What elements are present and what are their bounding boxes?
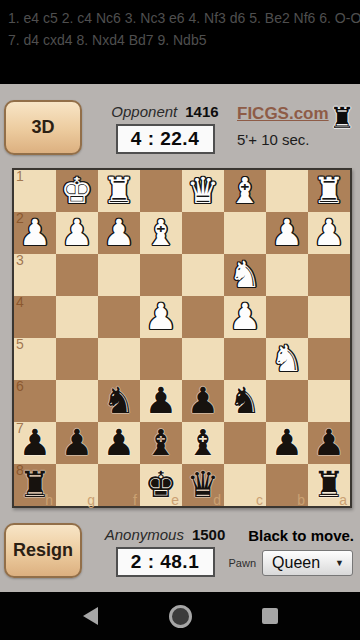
player-rating: 1500 [192,526,225,543]
app-screen: 1. e4 c5 2. c4 Nc6 3. Nc3 e6 4. Nf3 d6 5… [0,0,360,640]
white-pawn: ♟︎ [19,212,51,254]
black-pawn: ♟︎ [313,422,345,464]
square-h6[interactable]: 6 [14,380,56,422]
rank-label-3: 3 [16,253,24,268]
square-c8[interactable]: c [224,464,266,506]
black-knight: ♞ [103,380,135,422]
square-c1[interactable]: ♝ [224,170,266,212]
black-king: ♚ [145,464,177,506]
white-pawn: ♟︎ [313,212,345,254]
black-pawn: ♟︎ [187,380,219,422]
opponent-name: Opponent [111,103,177,120]
file-label-a: a [339,493,347,508]
square-g1[interactable]: ♚ [56,170,98,212]
black-bishop: ♝ [145,422,177,464]
square-a3[interactable] [308,254,350,296]
square-e8[interactable]: ♚e [140,464,182,506]
square-b5[interactable]: ♞ [266,338,308,380]
square-g6[interactable] [56,380,98,422]
square-g4[interactable] [56,296,98,338]
square-e3[interactable] [140,254,182,296]
player-clock: 2 : 48.1 [116,547,215,577]
rank-label-7: 7 [16,421,24,436]
square-a4[interactable] [308,296,350,338]
square-h5[interactable]: 5 [14,338,56,380]
white-pawn: ♟︎ [229,296,261,338]
square-a1[interactable]: ♜ [308,170,350,212]
recent-apps-icon [262,608,278,624]
black-pawn: ♟︎ [271,422,303,464]
chess-board: 1♚♜♛♝♜♟︎2♟︎♟︎♝♟︎♟︎3♞4♟︎♟︎5♞6♞♟︎♟︎♞♟︎7♟︎♟… [12,168,352,508]
square-g5[interactable] [56,338,98,380]
white-queen: ♛ [187,170,219,212]
square-f2[interactable]: ♟︎ [98,212,140,254]
square-g3[interactable] [56,254,98,296]
promotion-label: Pawn [229,557,257,569]
square-b6[interactable] [266,380,308,422]
square-d4[interactable] [182,296,224,338]
black-queen: ♛ [187,464,219,506]
square-b3[interactable] [266,254,308,296]
turn-indicator: Black to move. [248,527,354,544]
promotion-selected-value: Queen [272,554,320,572]
square-e1[interactable] [140,170,182,212]
square-f7[interactable]: ♟︎ [98,422,140,464]
back-button[interactable] [73,599,107,633]
square-e6[interactable]: ♟︎ [140,380,182,422]
square-a2[interactable]: ♟︎ [308,212,350,254]
move-list-bar: 1. e4 c5 2. c4 Nc6 3. Nc3 e6 4. Nf3 d6 5… [0,0,360,84]
android-nav-bar [0,592,360,640]
square-d3[interactable] [182,254,224,296]
recent-apps-button[interactable] [253,599,287,633]
square-h4[interactable]: 4 [14,296,56,338]
opponent-panel: Opponent 1416 4 : 22.4 [96,103,234,154]
rank-label-1: 1 [16,169,24,184]
white-rook: ♜ [103,170,135,212]
square-f3[interactable] [98,254,140,296]
3d-view-button[interactable]: 3D [4,100,82,155]
square-c4[interactable]: ♟︎ [224,296,266,338]
opponent-rating: 1416 [185,103,218,120]
player-panel: Anonymous 1500 2 : 48.1 [96,526,234,577]
home-icon [169,605,192,628]
black-pawn: ♟︎ [103,422,135,464]
square-d6[interactable]: ♟︎ [182,380,224,422]
square-a5[interactable] [308,338,350,380]
square-g2[interactable]: ♟︎ [56,212,98,254]
square-b1[interactable] [266,170,308,212]
file-label-f: f [133,493,137,508]
rank-label-6: 6 [16,379,24,394]
black-rook-icon: ♜ [329,98,355,138]
promotion-row: Pawn Queen ▼ [229,550,354,576]
white-pawn: ♟︎ [271,212,303,254]
white-pawn: ♟︎ [145,296,177,338]
square-c7[interactable] [224,422,266,464]
square-f8[interactable]: f [98,464,140,506]
square-f1[interactable]: ♜ [98,170,140,212]
square-f4[interactable] [98,296,140,338]
white-knight: ♞ [229,254,261,296]
black-rook: ♜ [19,464,51,506]
file-label-c: c [256,493,263,508]
white-pawn: ♟︎ [61,212,93,254]
white-knight: ♞ [271,338,303,380]
square-b8[interactable]: b [266,464,308,506]
site-panel: FICGS.com 5'+ 10 sec. [237,104,329,148]
white-king: ♚ [61,170,93,212]
move-list-line-2: 7. d4 cxd4 8. Nxd4 Bd7 9. Ndb5 [8,29,360,51]
black-knight: ♞ [229,380,261,422]
square-e4[interactable]: ♟︎ [140,296,182,338]
square-b2[interactable]: ♟︎ [266,212,308,254]
rank-label-8: 8 [16,463,24,478]
square-h8[interactable]: ♜8h [14,464,56,506]
move-list-line-1: 1. e4 c5 2. c4 Nc6 3. Nc3 e6 4. Nf3 d6 5… [8,7,360,29]
square-a7[interactable]: ♟︎ [308,422,350,464]
white-bishop: ♝ [229,170,261,212]
home-button[interactable] [163,599,197,633]
resign-button[interactable]: Resign [4,523,82,578]
black-pawn: ♟︎ [19,422,51,464]
file-label-e: e [171,493,179,508]
square-d8[interactable]: ♛d [182,464,224,506]
back-icon [83,607,98,625]
file-label-b: b [297,493,305,508]
time-control-label: 5'+ 10 sec. [237,131,329,148]
file-label-d: d [213,493,221,508]
square-g8[interactable]: g [56,464,98,506]
square-a8[interactable]: ♜a [308,464,350,506]
square-c2[interactable] [224,212,266,254]
square-d7[interactable]: ♝ [182,422,224,464]
black-pawn: ♟︎ [61,422,93,464]
square-b7[interactable]: ♟︎ [266,422,308,464]
square-e7[interactable]: ♝ [140,422,182,464]
rank-label-4: 4 [16,295,24,310]
square-g7[interactable]: ♟︎ [56,422,98,464]
square-c3[interactable]: ♞ [224,254,266,296]
chevron-down-icon: ▼ [335,558,344,568]
square-h7[interactable]: ♟︎7 [14,422,56,464]
square-c6[interactable]: ♞ [224,380,266,422]
black-rook: ♜ [313,464,345,506]
square-h1[interactable]: 1 [14,170,56,212]
square-h3[interactable]: 3 [14,254,56,296]
white-rook: ♜ [313,170,345,212]
square-f5[interactable] [98,338,140,380]
white-pawn: ♟︎ [103,212,135,254]
player-name: Anonymous [105,526,184,543]
square-c5[interactable] [224,338,266,380]
file-label-g: g [87,493,95,508]
ficgs-link[interactable]: FICGS.com [237,104,329,124]
promotion-select[interactable]: Queen ▼ [262,550,353,576]
opponent-clock: 4 : 22.4 [116,124,215,154]
square-a6[interactable] [308,380,350,422]
square-d5[interactable] [182,338,224,380]
square-d1[interactable]: ♛ [182,170,224,212]
square-e5[interactable] [140,338,182,380]
square-b4[interactable] [266,296,308,338]
white-bishop: ♝ [145,212,177,254]
square-e2[interactable]: ♝ [140,212,182,254]
black-pawn: ♟︎ [145,380,177,422]
square-f6[interactable]: ♞ [98,380,140,422]
square-h2[interactable]: ♟︎2 [14,212,56,254]
rank-label-5: 5 [16,337,24,352]
black-bishop: ♝ [187,422,219,464]
square-d2[interactable] [182,212,224,254]
rank-label-2: 2 [16,211,24,226]
file-label-h: h [45,493,53,508]
